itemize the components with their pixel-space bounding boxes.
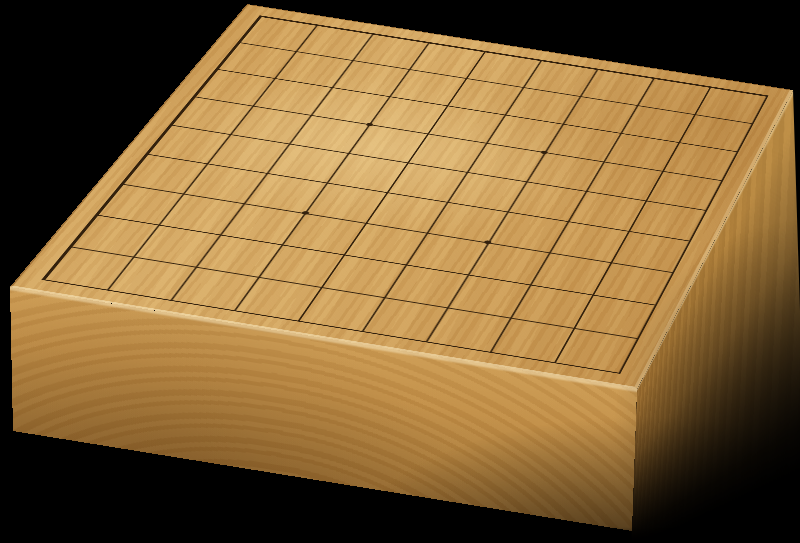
- board-photo: [0, 0, 800, 543]
